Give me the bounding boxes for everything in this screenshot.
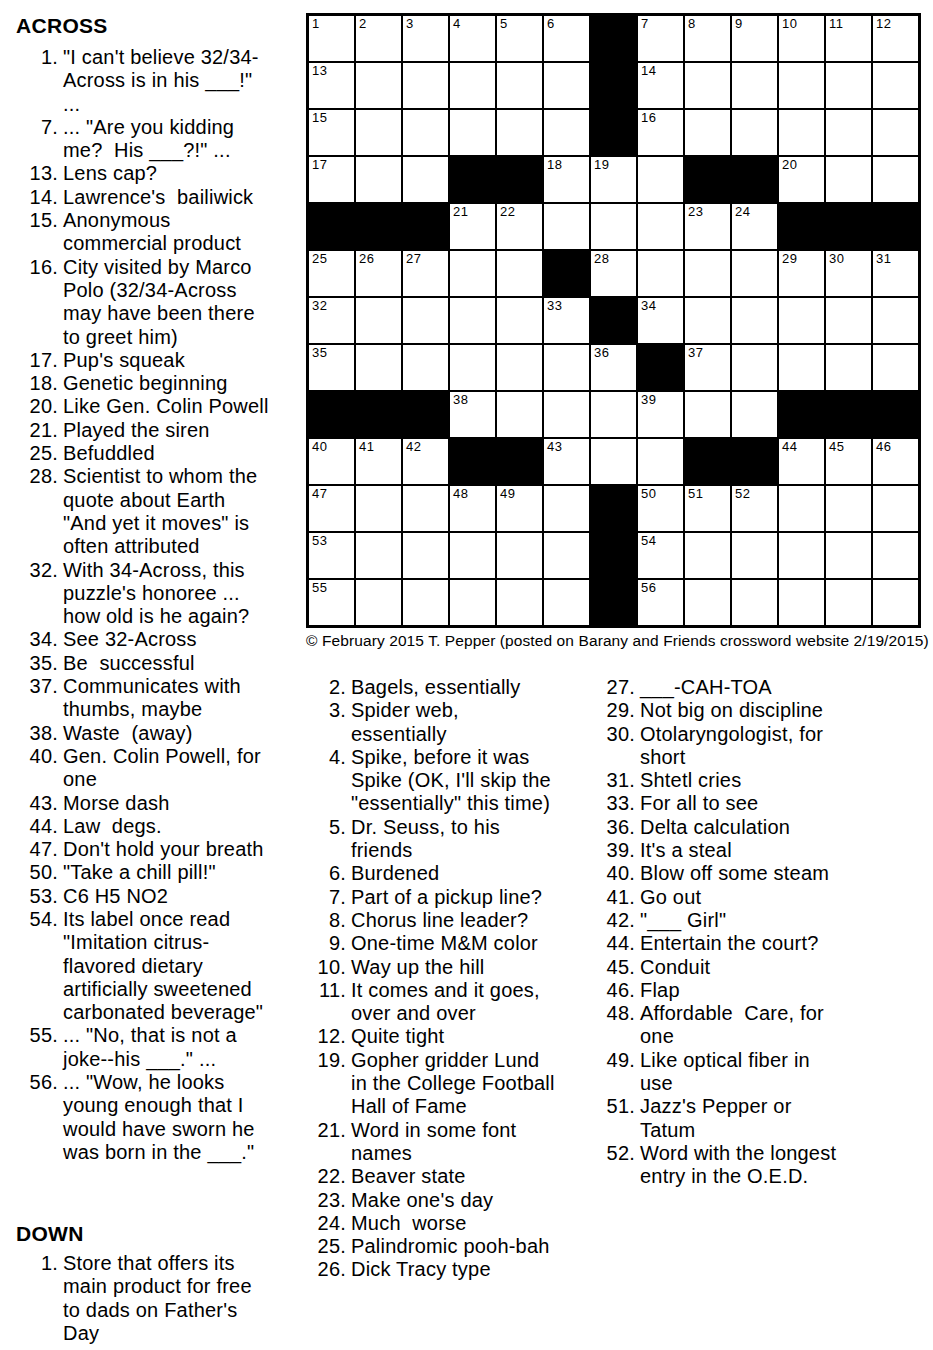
grid-cell[interactable]	[873, 580, 918, 625]
grid-cell[interactable]	[826, 110, 871, 155]
grid-cell[interactable]: 56	[638, 580, 683, 625]
clue-number: 50.	[16, 861, 58, 884]
grid-cell[interactable]: 32	[309, 298, 354, 343]
grid-cell[interactable]: 17	[309, 157, 354, 202]
grid-cell[interactable]	[356, 157, 401, 202]
grid-cell[interactable]: 19	[591, 157, 636, 202]
clue: 30.Otolaryngologist, for short	[599, 723, 853, 770]
clue-text: Anonymous commercial product	[63, 209, 270, 256]
grid-cell[interactable]	[873, 298, 918, 343]
clue: 21.Word in some font names	[312, 1119, 562, 1166]
cell-number: 2	[359, 17, 367, 31]
clue-number: 23.	[312, 1189, 346, 1212]
grid-cell[interactable]: 13	[309, 63, 354, 108]
cell-number: 31	[876, 252, 891, 266]
grid-cell[interactable]	[779, 486, 824, 531]
grid-cell[interactable]	[450, 110, 495, 155]
grid-cell[interactable]: 20	[779, 157, 824, 202]
grid-cell[interactable]	[356, 345, 401, 390]
grid-cell[interactable]: 31	[873, 251, 918, 296]
grid-cell[interactable]	[779, 63, 824, 108]
clue-number: 40.	[16, 745, 58, 792]
clue-text: Waste (away)	[63, 722, 270, 745]
grid-cell[interactable]	[544, 533, 589, 578]
black-square	[450, 157, 495, 202]
grid-cell[interactable]: 3	[403, 16, 448, 61]
grid-cell[interactable]: 48	[450, 486, 495, 531]
down-header: DOWN	[16, 1222, 84, 1246]
clue: 55.... "No, that is not a joke--his ___.…	[16, 1024, 286, 1071]
grid-cell[interactable]	[779, 580, 824, 625]
grid-cell[interactable]	[826, 580, 871, 625]
clue-number: 43.	[16, 792, 58, 815]
cell-number: 10	[782, 17, 797, 31]
clue-text: One-time M&M color	[351, 932, 557, 955]
cell-number: 50	[641, 487, 656, 501]
clue-text: Blow off some steam	[640, 862, 848, 885]
grid-cell[interactable]	[685, 298, 730, 343]
clue: 16.City visited by Marco Polo (32/34-Acr…	[16, 256, 286, 349]
grid-cell[interactable]	[497, 392, 542, 437]
clue-text: Word in some font names	[351, 1119, 557, 1166]
clue-text: It comes and it goes, over and over	[351, 979, 557, 1026]
grid-cell[interactable]	[685, 251, 730, 296]
black-square	[591, 110, 636, 155]
grid-cell[interactable]: 9	[732, 16, 777, 61]
clue-text: Bagels, essentially	[351, 676, 557, 699]
grid-cell[interactable]	[732, 63, 777, 108]
clue: 50."Take a chill pill!"	[16, 861, 286, 884]
black-square	[544, 251, 589, 296]
grid-cell[interactable]	[356, 533, 401, 578]
grid-cell[interactable]: 23	[685, 204, 730, 249]
clue-text: Lens cap?	[63, 162, 270, 185]
cell-number: 44	[782, 440, 797, 454]
clue-text: "___ Girl"	[640, 909, 848, 932]
clue: 43.Morse dash	[16, 792, 286, 815]
clue-number: 36.	[599, 816, 635, 839]
grid-cell[interactable]	[403, 63, 448, 108]
clue-text: Conduit	[640, 956, 848, 979]
grid-cell[interactable]	[497, 63, 542, 108]
grid-cell[interactable]	[826, 63, 871, 108]
clue: 2.Bagels, essentially	[312, 676, 562, 699]
clue-number: 7.	[16, 116, 58, 163]
grid-cell[interactable]: 25	[309, 251, 354, 296]
grid-cell[interactable]	[826, 345, 871, 390]
grid-cell[interactable]: 16	[638, 110, 683, 155]
cell-number: 36	[594, 346, 609, 360]
grid-cell[interactable]	[497, 533, 542, 578]
grid-cell[interactable]: 55	[309, 580, 354, 625]
clue: 4.Spike, before it was Spike (OK, I'll s…	[312, 746, 562, 816]
clue-number: 34.	[16, 628, 58, 651]
clue: 36.Delta calculation	[599, 816, 853, 839]
cell-number: 41	[359, 440, 374, 454]
clue-text: ... "Are you kidding me? His ___?!" ...	[63, 116, 270, 163]
clue-text: Flap	[640, 979, 848, 1002]
cell-number: 15	[312, 111, 327, 125]
clue-number: 30.	[599, 723, 635, 770]
cell-number: 24	[735, 205, 750, 219]
clue: 29.Not big on discipline	[599, 699, 853, 722]
cell-number: 51	[688, 487, 703, 501]
grid-cell[interactable]: 14	[638, 63, 683, 108]
clue-text: Otolaryngologist, for short	[640, 723, 848, 770]
grid-cell[interactable]: 1	[309, 16, 354, 61]
grid-cell[interactable]	[779, 533, 824, 578]
grid-cell[interactable]	[497, 110, 542, 155]
clue-number: 1.	[16, 1252, 58, 1345]
clue-text: See 32-Across	[63, 628, 270, 651]
clue-number: 10.	[312, 956, 346, 979]
grid-cell[interactable]: 21	[450, 204, 495, 249]
clue: 5.Dr. Seuss, to his friends	[312, 816, 562, 863]
grid-cell[interactable]	[732, 392, 777, 437]
black-square	[591, 533, 636, 578]
clue: 40.Blow off some steam	[599, 862, 853, 885]
grid-cell[interactable]: 30	[826, 251, 871, 296]
grid-cell[interactable]: 52	[732, 486, 777, 531]
clue-text: Burdened	[351, 862, 557, 885]
grid-cell[interactable]	[544, 580, 589, 625]
clue-number: 22.	[312, 1165, 346, 1188]
clue-text: C6 H5 NO2	[63, 885, 270, 908]
clue-text: For all to see	[640, 792, 848, 815]
clue-text: Not big on discipline	[640, 699, 848, 722]
grid-cell[interactable]	[403, 486, 448, 531]
clue-number: 25.	[16, 442, 58, 465]
grid-cell[interactable]: 4	[450, 16, 495, 61]
black-square	[497, 439, 542, 484]
grid-cell[interactable]	[685, 63, 730, 108]
grid-cell[interactable]	[356, 63, 401, 108]
clue: 23.Make one's day	[312, 1189, 562, 1212]
clue-text: Much worse	[351, 1212, 557, 1235]
cell-number: 8	[688, 17, 696, 31]
clue-text: Entertain the court?	[640, 932, 848, 955]
grid-cell[interactable]	[591, 439, 636, 484]
grid-cell[interactable]	[544, 110, 589, 155]
cell-number: 7	[641, 17, 649, 31]
grid-cell[interactable]: 5	[497, 16, 542, 61]
grid-cell[interactable]: 40	[309, 439, 354, 484]
grid-cell[interactable]	[732, 298, 777, 343]
clue: 32.With 34-Across, this puzzle's honoree…	[16, 559, 286, 629]
clue-text: Be successful	[63, 652, 270, 675]
black-square	[685, 439, 730, 484]
clue: 15.Anonymous commercial product	[16, 209, 286, 256]
grid-cell[interactable]	[873, 533, 918, 578]
copyright-line: © February 2015 T. Pepper (posted on Bar…	[306, 632, 930, 650]
clue-number: 45.	[599, 956, 635, 979]
clue: 7.Part of a pickup line?	[312, 886, 562, 909]
grid-cell[interactable]	[638, 204, 683, 249]
grid-cell[interactable]: 47	[309, 486, 354, 531]
grid-cell[interactable]: 54	[638, 533, 683, 578]
grid-cell[interactable]	[732, 533, 777, 578]
cell-number: 14	[641, 64, 656, 78]
grid-cell[interactable]	[403, 345, 448, 390]
clue: 45.Conduit	[599, 956, 853, 979]
clue: 1."I can't believe 32/34-Across is in hi…	[16, 46, 286, 116]
grid-cell[interactable]: 36	[591, 345, 636, 390]
clue: 35.Be successful	[16, 652, 286, 675]
grid-cell[interactable]	[544, 204, 589, 249]
grid-cell[interactable]: 49	[497, 486, 542, 531]
grid-cell[interactable]	[685, 580, 730, 625]
grid-cell[interactable]: 50	[638, 486, 683, 531]
clue-number: 39.	[599, 839, 635, 862]
grid-cell[interactable]	[497, 580, 542, 625]
clue-text: Like optical fiber in use	[640, 1049, 848, 1096]
grid-cell[interactable]	[403, 157, 448, 202]
clue: 28.Scientist to whom the quote about Ear…	[16, 465, 286, 558]
cell-number: 18	[547, 158, 562, 172]
grid-cell[interactable]: 27	[403, 251, 448, 296]
grid-cell[interactable]	[450, 298, 495, 343]
black-square	[403, 204, 448, 249]
grid-cell[interactable]: 28	[591, 251, 636, 296]
grid-cell[interactable]	[450, 251, 495, 296]
cell-number: 33	[547, 299, 562, 313]
grid-cell[interactable]	[591, 204, 636, 249]
clue-number: 56.	[16, 1071, 58, 1164]
clue: 25.Befuddled	[16, 442, 286, 465]
grid-cell[interactable]: 10	[779, 16, 824, 61]
clue: 40.Gen. Colin Powell, for one	[16, 745, 286, 792]
clue-text: Delta calculation	[640, 816, 848, 839]
clue-number: 14.	[16, 186, 58, 209]
black-square	[685, 157, 730, 202]
black-square	[591, 298, 636, 343]
cell-number: 19	[594, 158, 609, 172]
clue: 42."___ Girl"	[599, 909, 853, 932]
cell-number: 26	[359, 252, 374, 266]
grid-cell[interactable]	[685, 392, 730, 437]
grid-cell[interactable]: 46	[873, 439, 918, 484]
clue-number: 53.	[16, 885, 58, 908]
clue-text: Befuddled	[63, 442, 270, 465]
grid-cell[interactable]	[779, 345, 824, 390]
grid-cell[interactable]	[544, 345, 589, 390]
clue: 10.Way up the hill	[312, 956, 562, 979]
clue-number: 13.	[16, 162, 58, 185]
grid-cell[interactable]: 42	[403, 439, 448, 484]
grid-cell[interactable]: 44	[779, 439, 824, 484]
clue-number: 29.	[599, 699, 635, 722]
clue-text: Word with the longest entry in the O.E.D…	[640, 1142, 848, 1189]
grid-cell[interactable]: 15	[309, 110, 354, 155]
clue-number: 52.	[599, 1142, 635, 1189]
clue: 41.Go out	[599, 886, 853, 909]
grid-cell[interactable]	[544, 486, 589, 531]
clue-text: Pup's squeak	[63, 349, 270, 372]
clue: 46.Flap	[599, 979, 853, 1002]
clue-text: Make one's day	[351, 1189, 557, 1212]
clue-number: 21.	[16, 419, 58, 442]
clue-number: 28.	[16, 465, 58, 558]
grid-cell[interactable]	[356, 486, 401, 531]
clue-text: "I can't believe 32/34-Across is in his …	[63, 46, 270, 116]
cell-number: 4	[453, 17, 461, 31]
grid-cell[interactable]: 38	[450, 392, 495, 437]
clue-number: 27.	[599, 676, 635, 699]
grid-cell[interactable]	[732, 251, 777, 296]
clue-text: ... "Wow, he looks young enough that I w…	[63, 1071, 270, 1164]
cell-number: 25	[312, 252, 327, 266]
black-square	[591, 580, 636, 625]
grid-cell[interactable]	[356, 110, 401, 155]
grid-cell[interactable]	[403, 533, 448, 578]
black-square	[732, 157, 777, 202]
cell-number: 13	[312, 64, 327, 78]
grid-cell[interactable]: 26	[356, 251, 401, 296]
grid-cell[interactable]	[685, 533, 730, 578]
grid-cell[interactable]: 22	[497, 204, 542, 249]
grid-cell[interactable]	[356, 298, 401, 343]
cell-number: 1	[312, 17, 320, 31]
grid-cell[interactable]: 7	[638, 16, 683, 61]
clue-number: 44.	[599, 932, 635, 955]
grid-cell[interactable]	[732, 345, 777, 390]
grid-cell[interactable]: 37	[685, 345, 730, 390]
black-square	[591, 486, 636, 531]
clue-number: 48.	[599, 1002, 635, 1049]
grid-cell[interactable]: 33	[544, 298, 589, 343]
clue-number: 54.	[16, 908, 58, 1024]
grid-cell[interactable]	[826, 298, 871, 343]
grid-cell[interactable]: 29	[779, 251, 824, 296]
black-square	[873, 392, 918, 437]
clue-number: 33.	[599, 792, 635, 815]
clue-number: 25.	[312, 1235, 346, 1258]
grid-cell[interactable]	[497, 251, 542, 296]
grid-cell[interactable]	[779, 298, 824, 343]
black-square	[591, 63, 636, 108]
clue: 3.Spider web, essentially	[312, 699, 562, 746]
clue-number: 5.	[312, 816, 346, 863]
grid-cell[interactable]: 41	[356, 439, 401, 484]
clue-number: 35.	[16, 652, 58, 675]
grid-cell[interactable]	[403, 298, 448, 343]
grid-cell[interactable]	[356, 580, 401, 625]
grid-cell[interactable]: 34	[638, 298, 683, 343]
cell-number: 48	[453, 487, 468, 501]
grid-cell[interactable]: 35	[309, 345, 354, 390]
grid-cell[interactable]	[450, 345, 495, 390]
cell-number: 11	[829, 17, 844, 31]
clue-number: 4.	[312, 746, 346, 816]
clue: 44.Entertain the court?	[599, 932, 853, 955]
grid-cell[interactable]	[873, 157, 918, 202]
grid-cell[interactable]	[450, 580, 495, 625]
grid-cell[interactable]	[497, 298, 542, 343]
grid-cell[interactable]	[732, 110, 777, 155]
clue-text: Morse dash	[63, 792, 270, 815]
black-square	[779, 204, 824, 249]
grid-cell[interactable]	[544, 392, 589, 437]
clue-number: 3.	[312, 699, 346, 746]
grid-cell[interactable]: 39	[638, 392, 683, 437]
clue: 21.Played the siren	[16, 419, 286, 442]
clue-number: 19.	[312, 1049, 346, 1119]
grid-cell[interactable]: 24	[732, 204, 777, 249]
clue-number: 37.	[16, 675, 58, 722]
grid-cell[interactable]	[450, 63, 495, 108]
grid-cell[interactable]	[591, 392, 636, 437]
cell-number: 43	[547, 440, 562, 454]
grid-cell[interactable]	[873, 486, 918, 531]
black-square	[356, 204, 401, 249]
grid-cell[interactable]: 6	[544, 16, 589, 61]
grid-cell[interactable]	[873, 110, 918, 155]
grid-cell[interactable]: 8	[685, 16, 730, 61]
grid-cell[interactable]: 51	[685, 486, 730, 531]
clue: 49.Like optical fiber in use	[599, 1049, 853, 1096]
clue: 39.It's a steal	[599, 839, 853, 862]
clue-number: 9.	[312, 932, 346, 955]
clue-text: ... "No, that is not a joke--his ___." .…	[63, 1024, 270, 1071]
grid-cell[interactable]	[638, 251, 683, 296]
grid-cell[interactable]: 45	[826, 439, 871, 484]
grid-cell[interactable]: 2	[356, 16, 401, 61]
cell-number: 29	[782, 252, 797, 266]
grid-cell[interactable]	[544, 63, 589, 108]
grid-cell[interactable]	[732, 580, 777, 625]
clue-number: 17.	[16, 349, 58, 372]
grid-cell[interactable]	[497, 345, 542, 390]
grid-cell[interactable]: 18	[544, 157, 589, 202]
grid-cell[interactable]	[685, 110, 730, 155]
grid-cell[interactable]	[873, 345, 918, 390]
grid-cell[interactable]	[638, 439, 683, 484]
clue-number: 41.	[599, 886, 635, 909]
cell-number: 6	[547, 17, 555, 31]
black-square	[826, 392, 871, 437]
clue: 54.Its label once read "Imitation citrus…	[16, 908, 286, 1024]
grid-cell[interactable]: 11	[826, 16, 871, 61]
cell-number: 5	[500, 17, 508, 31]
grid-cell[interactable]	[403, 580, 448, 625]
clue-text: Dr. Seuss, to his friends	[351, 816, 557, 863]
grid-cell[interactable]	[403, 110, 448, 155]
clue-number: 44.	[16, 815, 58, 838]
grid-cell[interactable]	[826, 533, 871, 578]
clue-text: With 34-Across, this puzzle's honoree ..…	[63, 559, 270, 629]
across-header: ACROSS	[16, 14, 108, 38]
grid-cell[interactable]: 43	[544, 439, 589, 484]
grid-cell[interactable]: 12	[873, 16, 918, 61]
clue-number: 18.	[16, 372, 58, 395]
grid-cell[interactable]	[826, 157, 871, 202]
clue-number: 32.	[16, 559, 58, 629]
grid-cell[interactable]	[450, 533, 495, 578]
clue: 51.Jazz's Pepper or Tatum	[599, 1095, 853, 1142]
clue: 24.Much worse	[312, 1212, 562, 1235]
grid-cell[interactable]	[873, 63, 918, 108]
grid-cell[interactable]	[638, 157, 683, 202]
clue-number: 46.	[599, 979, 635, 1002]
grid-cell[interactable]	[826, 486, 871, 531]
grid-cell[interactable]: 53	[309, 533, 354, 578]
across-clue-list: 1."I can't believe 32/34-Across is in hi…	[16, 46, 286, 1164]
grid-cell[interactable]	[779, 110, 824, 155]
clue-number: 24.	[312, 1212, 346, 1235]
clue-text: Like Gen. Colin Powell	[63, 395, 270, 418]
clue-number: 20.	[16, 395, 58, 418]
cell-number: 54	[641, 534, 656, 548]
